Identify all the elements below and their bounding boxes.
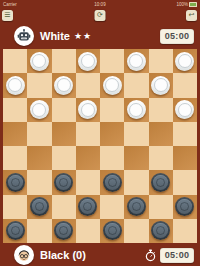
- black-piece[interactable]: [151, 173, 170, 192]
- board-square[interactable]: [27, 49, 51, 73]
- human-face-icon: [16, 247, 32, 263]
- battery-icon: [189, 2, 197, 7]
- human-avatar: [14, 245, 34, 265]
- board-square[interactable]: [3, 195, 27, 219]
- white-difficulty-stars: ★★: [74, 31, 92, 41]
- board-square[interactable]: [52, 146, 76, 170]
- board-square[interactable]: [100, 146, 124, 170]
- white-piece[interactable]: [54, 76, 73, 95]
- board-square[interactable]: [76, 49, 100, 73]
- board-square[interactable]: [100, 73, 124, 97]
- board-square[interactable]: [76, 146, 100, 170]
- black-piece[interactable]: [78, 197, 97, 216]
- board-square[interactable]: [149, 49, 173, 73]
- white-piece[interactable]: [30, 52, 49, 71]
- board-square[interactable]: [124, 122, 148, 146]
- new-game-icon: ⟳: [97, 11, 103, 19]
- board-square[interactable]: [100, 122, 124, 146]
- black-piece[interactable]: [151, 221, 170, 240]
- board-square[interactable]: [149, 146, 173, 170]
- white-piece[interactable]: [151, 76, 170, 95]
- black-piece[interactable]: [127, 197, 146, 216]
- board-square[interactable]: [124, 146, 148, 170]
- board-square[interactable]: [27, 219, 51, 243]
- hamburger-icon: ☰: [4, 11, 10, 19]
- black-piece[interactable]: [54, 173, 73, 192]
- board-square[interactable]: [27, 98, 51, 122]
- white-piece[interactable]: [78, 100, 97, 119]
- board-square[interactable]: [124, 195, 148, 219]
- black-timer: 05:00: [160, 248, 194, 263]
- black-piece[interactable]: [30, 197, 49, 216]
- white-piece[interactable]: [6, 76, 25, 95]
- white-player-bar: White ★★ 05:00: [0, 23, 200, 49]
- board-square[interactable]: [124, 73, 148, 97]
- board-square[interactable]: [124, 49, 148, 73]
- board-square[interactable]: [3, 146, 27, 170]
- board-square[interactable]: [76, 122, 100, 146]
- board-square[interactable]: [149, 73, 173, 97]
- board-square[interactable]: [76, 195, 100, 219]
- black-piece[interactable]: [6, 221, 25, 240]
- battery-percent: 100%: [176, 2, 188, 7]
- menu-button[interactable]: ☰: [2, 10, 13, 21]
- white-piece[interactable]: [127, 100, 146, 119]
- stopwatch-icon: [145, 249, 156, 262]
- robot-icon: [17, 29, 31, 43]
- black-piece[interactable]: [54, 221, 73, 240]
- black-player-bar: Black (0) 05:00: [0, 243, 200, 266]
- black-piece[interactable]: [175, 197, 194, 216]
- board: [3, 49, 197, 243]
- battery-indicator: 100%: [176, 2, 197, 7]
- white-piece[interactable]: [78, 52, 97, 71]
- new-game-button[interactable]: ⟳: [95, 10, 106, 21]
- black-clock-group: 05:00: [145, 248, 194, 263]
- board-square[interactable]: [100, 195, 124, 219]
- board-square[interactable]: [173, 98, 197, 122]
- board-square[interactable]: [100, 219, 124, 243]
- white-piece[interactable]: [175, 100, 194, 119]
- board-square[interactable]: [3, 49, 27, 73]
- board-square[interactable]: [3, 98, 27, 122]
- checkers-app: Carrier 10:09 100% ☰ ⟳ ↩: [0, 0, 200, 266]
- undo-button[interactable]: ↩: [186, 10, 197, 21]
- board-square[interactable]: [173, 170, 197, 194]
- board-square[interactable]: [76, 98, 100, 122]
- white-piece[interactable]: [30, 100, 49, 119]
- board-square[interactable]: [27, 122, 51, 146]
- board-square[interactable]: [100, 170, 124, 194]
- board-square[interactable]: [173, 122, 197, 146]
- board-square[interactable]: [52, 122, 76, 146]
- board-square[interactable]: [76, 73, 100, 97]
- toolbar: ☰ ⟳ ↩: [0, 8, 200, 23]
- white-player-name: White: [40, 30, 70, 42]
- board-square[interactable]: [100, 49, 124, 73]
- board-square[interactable]: [149, 219, 173, 243]
- board-square[interactable]: [27, 195, 51, 219]
- board-square[interactable]: [52, 170, 76, 194]
- black-player-name: Black (0): [40, 249, 86, 261]
- robot-avatar: [14, 26, 34, 46]
- board-square[interactable]: [173, 219, 197, 243]
- board-square[interactable]: [3, 122, 27, 146]
- board-square[interactable]: [52, 49, 76, 73]
- board-square[interactable]: [52, 219, 76, 243]
- board-square[interactable]: [149, 122, 173, 146]
- black-piece[interactable]: [103, 221, 122, 240]
- board-square[interactable]: [76, 170, 100, 194]
- board-square[interactable]: [27, 73, 51, 97]
- board-square[interactable]: [3, 219, 27, 243]
- white-piece[interactable]: [103, 76, 122, 95]
- board-square[interactable]: [27, 146, 51, 170]
- board-square[interactable]: [124, 170, 148, 194]
- undo-icon: ↩: [189, 11, 195, 19]
- status-bar: Carrier 10:09 100%: [0, 0, 200, 8]
- board-square[interactable]: [149, 98, 173, 122]
- board-square[interactable]: [3, 170, 27, 194]
- board-square[interactable]: [52, 73, 76, 97]
- white-piece[interactable]: [127, 52, 146, 71]
- board-square[interactable]: [173, 73, 197, 97]
- board-square[interactable]: [173, 49, 197, 73]
- board-square[interactable]: [3, 73, 27, 97]
- black-piece[interactable]: [6, 173, 25, 192]
- board-square[interactable]: [173, 195, 197, 219]
- clock-label: 10:09: [94, 2, 105, 7]
- white-piece[interactable]: [175, 52, 194, 71]
- board-square[interactable]: [100, 98, 124, 122]
- board-square[interactable]: [52, 195, 76, 219]
- board-square[interactable]: [124, 219, 148, 243]
- white-timer: 05:00: [160, 29, 194, 44]
- board-square[interactable]: [149, 170, 173, 194]
- board-square[interactable]: [76, 219, 100, 243]
- carrier-label: Carrier: [3, 2, 17, 7]
- board-square[interactable]: [52, 98, 76, 122]
- black-piece[interactable]: [103, 173, 122, 192]
- board-square[interactable]: [173, 146, 197, 170]
- board-square[interactable]: [27, 170, 51, 194]
- board-square[interactable]: [124, 98, 148, 122]
- board-square[interactable]: [149, 195, 173, 219]
